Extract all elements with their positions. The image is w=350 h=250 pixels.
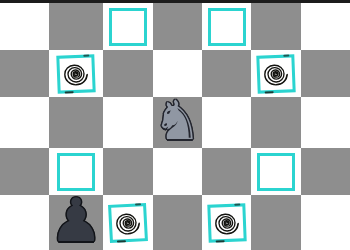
board-square[interactable] — [49, 50, 103, 97]
board-square[interactable] — [301, 50, 350, 97]
spiral-icon — [210, 206, 243, 239]
board-square[interactable] — [202, 195, 251, 250]
board-square[interactable] — [301, 3, 350, 50]
board-square[interactable] — [0, 50, 49, 97]
board-square[interactable]: ♟ — [49, 195, 103, 250]
board-square[interactable] — [49, 3, 103, 50]
board-square[interactable] — [251, 97, 300, 148]
board-square[interactable] — [301, 195, 350, 250]
board-square[interactable] — [103, 195, 152, 250]
target-square[interactable] — [109, 8, 147, 46]
window-top-edge — [0, 0, 350, 3]
pawn-piece[interactable]: ♟ — [49, 190, 103, 250]
spiral-tile[interactable] — [57, 54, 96, 93]
board-square[interactable] — [251, 50, 300, 97]
board-square[interactable] — [202, 3, 251, 50]
spiral-tile[interactable] — [256, 54, 295, 93]
target-square[interactable] — [208, 8, 246, 46]
board-square[interactable] — [153, 148, 202, 195]
knight-piece[interactable]: ♞ — [153, 94, 201, 148]
target-square[interactable] — [257, 153, 295, 191]
spiral-icon — [60, 57, 93, 90]
board-square[interactable] — [0, 148, 49, 195]
board-square[interactable] — [202, 50, 251, 97]
board-square[interactable] — [153, 3, 202, 50]
board-square[interactable] — [202, 148, 251, 195]
board-square[interactable] — [251, 3, 300, 50]
spiral-icon — [259, 57, 292, 90]
spiral-icon — [111, 206, 145, 240]
board-square[interactable] — [103, 148, 152, 195]
board-square[interactable] — [103, 3, 152, 50]
board-square[interactable] — [0, 97, 49, 148]
board-square[interactable] — [202, 97, 251, 148]
board-square[interactable]: ♞ — [153, 97, 202, 148]
board-square[interactable] — [251, 195, 300, 250]
board-square[interactable] — [301, 148, 350, 195]
board-square[interactable] — [0, 195, 49, 250]
board-square[interactable] — [301, 97, 350, 148]
board-square[interactable] — [103, 50, 152, 97]
board-square[interactable] — [153, 195, 202, 250]
board-square[interactable] — [251, 148, 300, 195]
board-square[interactable] — [0, 3, 49, 50]
board-square[interactable] — [49, 97, 103, 148]
board-square[interactable] — [103, 97, 152, 148]
game-board: ♞♟ — [0, 3, 350, 250]
spiral-tile[interactable] — [207, 203, 246, 242]
game-viewport: ♞♟ — [0, 0, 350, 250]
spiral-tile[interactable] — [108, 203, 148, 243]
